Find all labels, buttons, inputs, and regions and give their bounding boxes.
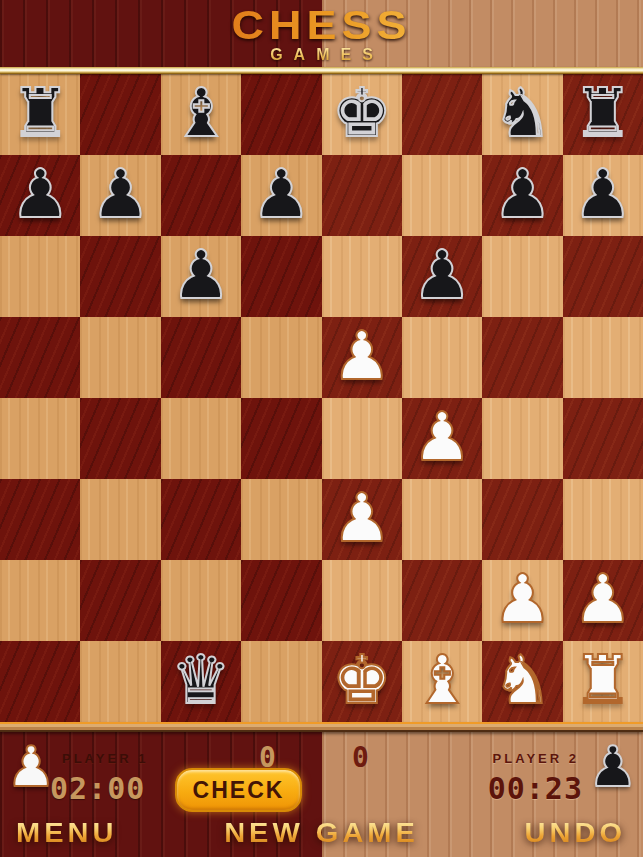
square-a3[interactable] xyxy=(0,479,80,560)
white-pawn: ♟ xyxy=(322,477,402,558)
square-f3[interactable] xyxy=(402,479,482,560)
square-g2[interactable]: ♟ xyxy=(482,560,562,641)
square-f1[interactable]: ♝ xyxy=(402,641,482,722)
square-g3[interactable] xyxy=(482,479,562,560)
black-pawn: ♟ xyxy=(563,153,643,234)
square-d1[interactable] xyxy=(241,641,321,722)
black-pawn: ♟ xyxy=(0,153,80,234)
square-h2[interactable]: ♟ xyxy=(563,560,643,641)
square-f7[interactable] xyxy=(402,155,482,236)
player1-score: 0 xyxy=(259,741,276,774)
square-g5[interactable] xyxy=(482,317,562,398)
square-e7[interactable] xyxy=(322,155,402,236)
square-g1[interactable]: ♞ xyxy=(482,641,562,722)
white-knight: ♞ xyxy=(482,639,562,720)
square-d2[interactable] xyxy=(241,560,321,641)
square-b3[interactable] xyxy=(80,479,160,560)
player1-label: PLAYER 1 xyxy=(62,751,148,766)
square-c5[interactable] xyxy=(161,317,241,398)
square-c7[interactable] xyxy=(161,155,241,236)
square-g8[interactable]: ♞ xyxy=(482,74,562,155)
square-d7[interactable]: ♟ xyxy=(241,155,321,236)
square-f4[interactable]: ♟ xyxy=(402,398,482,479)
square-a2[interactable] xyxy=(0,560,80,641)
square-h7[interactable]: ♟ xyxy=(563,155,643,236)
black-pawn: ♟ xyxy=(80,153,160,234)
square-h3[interactable] xyxy=(563,479,643,560)
square-f8[interactable] xyxy=(402,74,482,155)
square-b4[interactable] xyxy=(80,398,160,479)
white-bishop: ♝ xyxy=(402,639,482,720)
square-e6[interactable] xyxy=(322,236,402,317)
white-pawn-icon: ♟ xyxy=(6,737,56,797)
square-f6[interactable]: ♟ xyxy=(402,236,482,317)
square-a1[interactable] xyxy=(0,641,80,722)
gold-divider-bar xyxy=(0,67,643,74)
square-d8[interactable] xyxy=(241,74,321,155)
square-e1[interactable]: ♚ xyxy=(322,641,402,722)
square-e4[interactable] xyxy=(322,398,402,479)
square-g7[interactable]: ♟ xyxy=(482,155,562,236)
player2-score: 0 xyxy=(352,741,369,774)
square-c3[interactable] xyxy=(161,479,241,560)
black-pawn: ♟ xyxy=(482,153,562,234)
square-c2[interactable] xyxy=(161,560,241,641)
black-pawn-icon: ♟ xyxy=(588,737,638,797)
square-e8[interactable]: ♚ xyxy=(322,74,402,155)
square-c6[interactable]: ♟ xyxy=(161,236,241,317)
square-f5[interactable] xyxy=(402,317,482,398)
status-panel: ♟ PLAYER 1 02:00 CHECK 0 0 PLAYER 2 00:2… xyxy=(0,732,643,857)
square-c1[interactable]: ♛ xyxy=(161,641,241,722)
square-g6[interactable] xyxy=(482,236,562,317)
black-pawn: ♟ xyxy=(241,153,321,234)
board-shelf xyxy=(0,722,643,732)
square-b1[interactable] xyxy=(80,641,160,722)
square-h6[interactable] xyxy=(563,236,643,317)
header: CHESS GAMES xyxy=(0,0,643,67)
chess-board: ♜♝♚♞♜♟♟♟♟♟♟♟♟♟♟♟♟♛♚♝♞♜ xyxy=(0,74,643,722)
square-d5[interactable] xyxy=(241,317,321,398)
square-h8[interactable]: ♜ xyxy=(563,74,643,155)
square-h5[interactable] xyxy=(563,317,643,398)
black-bishop: ♝ xyxy=(161,72,241,153)
square-c8[interactable]: ♝ xyxy=(161,74,241,155)
square-d6[interactable] xyxy=(241,236,321,317)
black-pawn: ♟ xyxy=(161,234,241,315)
square-g4[interactable] xyxy=(482,398,562,479)
black-rook: ♜ xyxy=(563,72,643,153)
square-a6[interactable] xyxy=(0,236,80,317)
player2-label: PLAYER 2 xyxy=(493,751,579,766)
app-title: CHESS xyxy=(0,4,643,46)
square-e3[interactable]: ♟ xyxy=(322,479,402,560)
square-d3[interactable] xyxy=(241,479,321,560)
black-knight: ♞ xyxy=(482,72,562,153)
square-a4[interactable] xyxy=(0,398,80,479)
black-pawn: ♟ xyxy=(402,234,482,315)
black-rook: ♜ xyxy=(0,72,80,153)
player2-timer: 00:23 xyxy=(488,771,583,806)
white-king: ♚ xyxy=(322,639,402,720)
white-pawn: ♟ xyxy=(482,558,562,639)
white-pawn: ♟ xyxy=(563,558,643,639)
square-b5[interactable] xyxy=(80,317,160,398)
square-b7[interactable]: ♟ xyxy=(80,155,160,236)
square-a8[interactable]: ♜ xyxy=(0,74,80,155)
square-a7[interactable]: ♟ xyxy=(0,155,80,236)
white-pawn: ♟ xyxy=(402,396,482,477)
square-b6[interactable] xyxy=(80,236,160,317)
square-h4[interactable] xyxy=(563,398,643,479)
black-queen: ♛ xyxy=(161,639,241,720)
square-a5[interactable] xyxy=(0,317,80,398)
square-b2[interactable] xyxy=(80,560,160,641)
white-pawn: ♟ xyxy=(322,315,402,396)
app-subtitle: GAMES xyxy=(0,46,643,64)
chess-app-window: CHESS GAMES ♜♝♚♞♜♟♟♟♟♟♟♟♟♟♟♟♟♛♚♝♞♜ ♟ PLA… xyxy=(0,0,643,857)
square-e2[interactable] xyxy=(322,560,402,641)
player1-timer: 02:00 xyxy=(50,771,145,806)
square-h1[interactable]: ♜ xyxy=(563,641,643,722)
square-f2[interactable] xyxy=(402,560,482,641)
check-status-badge: CHECK xyxy=(175,768,302,812)
square-e5[interactable]: ♟ xyxy=(322,317,402,398)
square-d4[interactable] xyxy=(241,398,321,479)
black-king: ♚ xyxy=(322,72,402,153)
undo-button[interactable]: UNDO xyxy=(525,817,626,848)
white-rook: ♜ xyxy=(563,639,643,720)
square-c4[interactable] xyxy=(161,398,241,479)
square-b8[interactable] xyxy=(80,74,160,155)
